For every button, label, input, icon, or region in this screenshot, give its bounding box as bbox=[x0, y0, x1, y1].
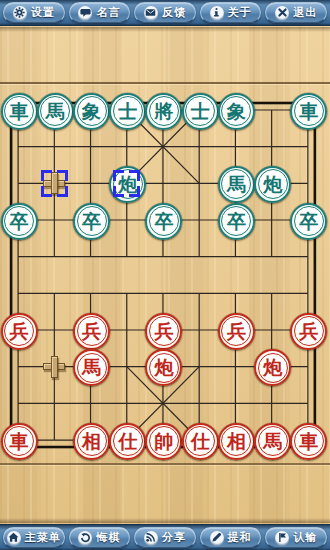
piece-兵[interactable]: 兵 bbox=[290, 313, 327, 350]
piece-卒[interactable]: 卒 bbox=[218, 203, 255, 240]
piece-馬[interactable]: 馬 bbox=[73, 349, 110, 386]
piece-兵[interactable]: 兵 bbox=[218, 313, 255, 350]
last-move-from-marker bbox=[41, 170, 68, 197]
last-move-to-marker bbox=[113, 170, 140, 197]
piece-仕[interactable]: 仕 bbox=[109, 423, 146, 460]
piece-炮[interactable]: 炮 bbox=[254, 166, 291, 203]
xiangqi-app-screen: 设置 名言 反馈 关于 退出 bbox=[0, 0, 330, 550]
piece-象[interactable]: 象 bbox=[73, 93, 110, 130]
piece-相[interactable]: 相 bbox=[73, 423, 110, 460]
piece-象[interactable]: 象 bbox=[218, 93, 255, 130]
piece-車[interactable]: 車 bbox=[290, 423, 327, 460]
piece-帥[interactable]: 帥 bbox=[145, 423, 182, 460]
piece-車[interactable]: 車 bbox=[290, 93, 327, 130]
piece-車[interactable]: 車 bbox=[1, 93, 38, 130]
piece-車[interactable]: 車 bbox=[1, 423, 38, 460]
piece-兵[interactable]: 兵 bbox=[145, 313, 182, 350]
piece-士[interactable]: 士 bbox=[109, 93, 146, 130]
piece-馬[interactable]: 馬 bbox=[254, 423, 291, 460]
piece-卒[interactable]: 卒 bbox=[1, 203, 38, 240]
piece-將[interactable]: 將 bbox=[145, 93, 182, 130]
piece-相[interactable]: 相 bbox=[218, 423, 255, 460]
piece-卒[interactable]: 卒 bbox=[145, 203, 182, 240]
piece-仕[interactable]: 仕 bbox=[182, 423, 219, 460]
piece-兵[interactable]: 兵 bbox=[1, 313, 38, 350]
piece-卒[interactable]: 卒 bbox=[290, 203, 327, 240]
piece-馬[interactable]: 馬 bbox=[37, 93, 74, 130]
piece-卒[interactable]: 卒 bbox=[73, 203, 110, 240]
piece-兵[interactable]: 兵 bbox=[73, 313, 110, 350]
piece-士[interactable]: 士 bbox=[182, 93, 219, 130]
board-grid-lines bbox=[0, 0, 330, 550]
piece-馬[interactable]: 馬 bbox=[218, 166, 255, 203]
